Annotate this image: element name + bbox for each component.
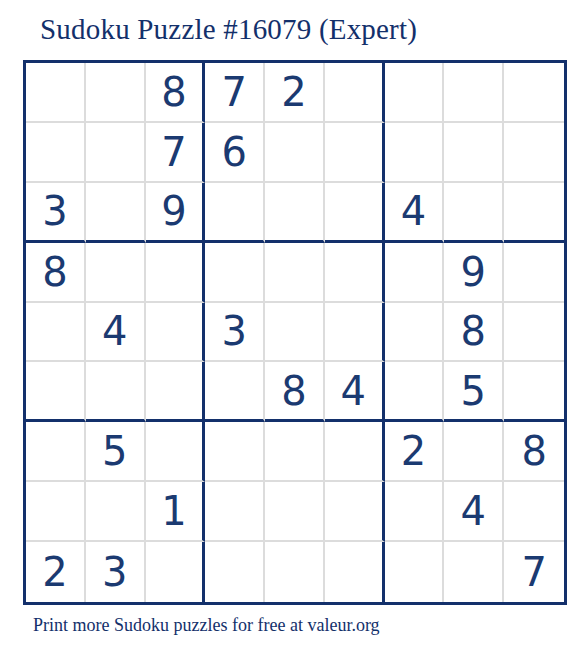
cell-r6c1 xyxy=(26,362,86,422)
cell-r6c8: 5 xyxy=(444,362,504,422)
cell-r5c7 xyxy=(385,303,445,363)
cell-r2c8 xyxy=(444,123,504,183)
cell-r4c3 xyxy=(146,243,206,303)
cell-r8c9 xyxy=(504,482,564,542)
cell-r8c4 xyxy=(205,482,265,542)
cell-r3c4 xyxy=(205,183,265,243)
cell-r7c9: 8 xyxy=(504,422,564,482)
cell-r9c3 xyxy=(146,542,206,602)
cell-r1c8 xyxy=(444,63,504,123)
cell-r1c7 xyxy=(385,63,445,123)
cell-r4c8: 9 xyxy=(444,243,504,303)
cell-r5c4: 3 xyxy=(205,303,265,363)
cell-r9c2: 3 xyxy=(86,542,146,602)
cell-r2c9 xyxy=(504,123,564,183)
cell-r8c8: 4 xyxy=(444,482,504,542)
cell-r1c5: 2 xyxy=(265,63,325,123)
cell-r4c2 xyxy=(86,243,146,303)
cell-r2c2 xyxy=(86,123,146,183)
sudoku-grid: 872763948943884552814237 xyxy=(23,60,567,605)
footer-text: Print more Sudoku puzzles for free at va… xyxy=(33,615,380,636)
cell-r3c2 xyxy=(86,183,146,243)
cell-r7c7: 2 xyxy=(385,422,445,482)
cell-r8c6 xyxy=(325,482,385,542)
cell-r4c4 xyxy=(205,243,265,303)
cell-r6c9 xyxy=(504,362,564,422)
cell-r7c5 xyxy=(265,422,325,482)
cell-r2c6 xyxy=(325,123,385,183)
cell-r2c7 xyxy=(385,123,445,183)
cell-r1c6 xyxy=(325,63,385,123)
cell-r2c5 xyxy=(265,123,325,183)
cell-r1c2 xyxy=(86,63,146,123)
cell-r8c5 xyxy=(265,482,325,542)
cell-r4c1: 8 xyxy=(26,243,86,303)
cell-r9c8 xyxy=(444,542,504,602)
cell-r9c9: 7 xyxy=(504,542,564,602)
cell-r7c3 xyxy=(146,422,206,482)
page-title: Sudoku Puzzle #16079 (Expert) xyxy=(40,13,417,46)
cell-r5c2: 4 xyxy=(86,303,146,363)
cell-r6c7 xyxy=(385,362,445,422)
cell-r5c6 xyxy=(325,303,385,363)
cell-r6c5: 8 xyxy=(265,362,325,422)
cell-r3c8 xyxy=(444,183,504,243)
cell-r5c8: 8 xyxy=(444,303,504,363)
cell-r9c7 xyxy=(385,542,445,602)
cell-r7c6 xyxy=(325,422,385,482)
cell-r3c6 xyxy=(325,183,385,243)
cell-r5c9 xyxy=(504,303,564,363)
cell-r1c1 xyxy=(26,63,86,123)
cell-r4c9 xyxy=(504,243,564,303)
cell-r3c7: 4 xyxy=(385,183,445,243)
cell-r1c3: 8 xyxy=(146,63,206,123)
cell-r1c4: 7 xyxy=(205,63,265,123)
cell-r6c6: 4 xyxy=(325,362,385,422)
cell-r5c5 xyxy=(265,303,325,363)
cell-r4c7 xyxy=(385,243,445,303)
cell-r8c1 xyxy=(26,482,86,542)
cell-r4c5 xyxy=(265,243,325,303)
cell-r7c8 xyxy=(444,422,504,482)
cell-r4c6 xyxy=(325,243,385,303)
cell-r2c1 xyxy=(26,123,86,183)
cell-r5c1 xyxy=(26,303,86,363)
cell-r2c3: 7 xyxy=(146,123,206,183)
cell-r7c2: 5 xyxy=(86,422,146,482)
cell-r3c3: 9 xyxy=(146,183,206,243)
cell-r6c4 xyxy=(205,362,265,422)
cell-r9c1: 2 xyxy=(26,542,86,602)
cell-r3c5 xyxy=(265,183,325,243)
cell-r3c9 xyxy=(504,183,564,243)
cell-r1c9 xyxy=(504,63,564,123)
cell-r6c2 xyxy=(86,362,146,422)
cell-r3c1: 3 xyxy=(26,183,86,243)
cell-r9c4 xyxy=(205,542,265,602)
cell-r9c5 xyxy=(265,542,325,602)
cell-r7c4 xyxy=(205,422,265,482)
cell-r2c4: 6 xyxy=(205,123,265,183)
cell-r5c3 xyxy=(146,303,206,363)
cell-r8c2 xyxy=(86,482,146,542)
cell-r9c6 xyxy=(325,542,385,602)
cell-r8c3: 1 xyxy=(146,482,206,542)
cell-r8c7 xyxy=(385,482,445,542)
cell-r7c1 xyxy=(26,422,86,482)
cell-r6c3 xyxy=(146,362,206,422)
